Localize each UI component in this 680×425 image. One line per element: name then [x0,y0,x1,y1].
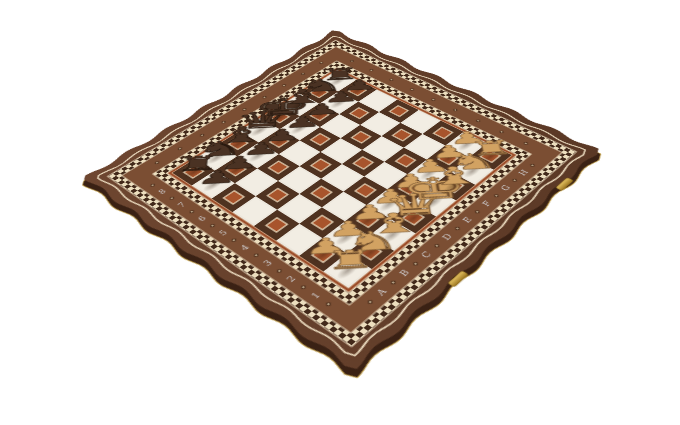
product-photo-stage: A1B2C3D4E5F6G7H8 ♜♞♝♛♚♝♞♜♟♟♟♟♟♟♟♟♟♟♟♟♟♟♟… [0,0,680,425]
chessboard: A1B2C3D4E5F6G7H8 ♜♞♝♛♚♝♞♜♟♟♟♟♟♟♟♟♟♟♟♟♟♟♟… [88,32,596,366]
